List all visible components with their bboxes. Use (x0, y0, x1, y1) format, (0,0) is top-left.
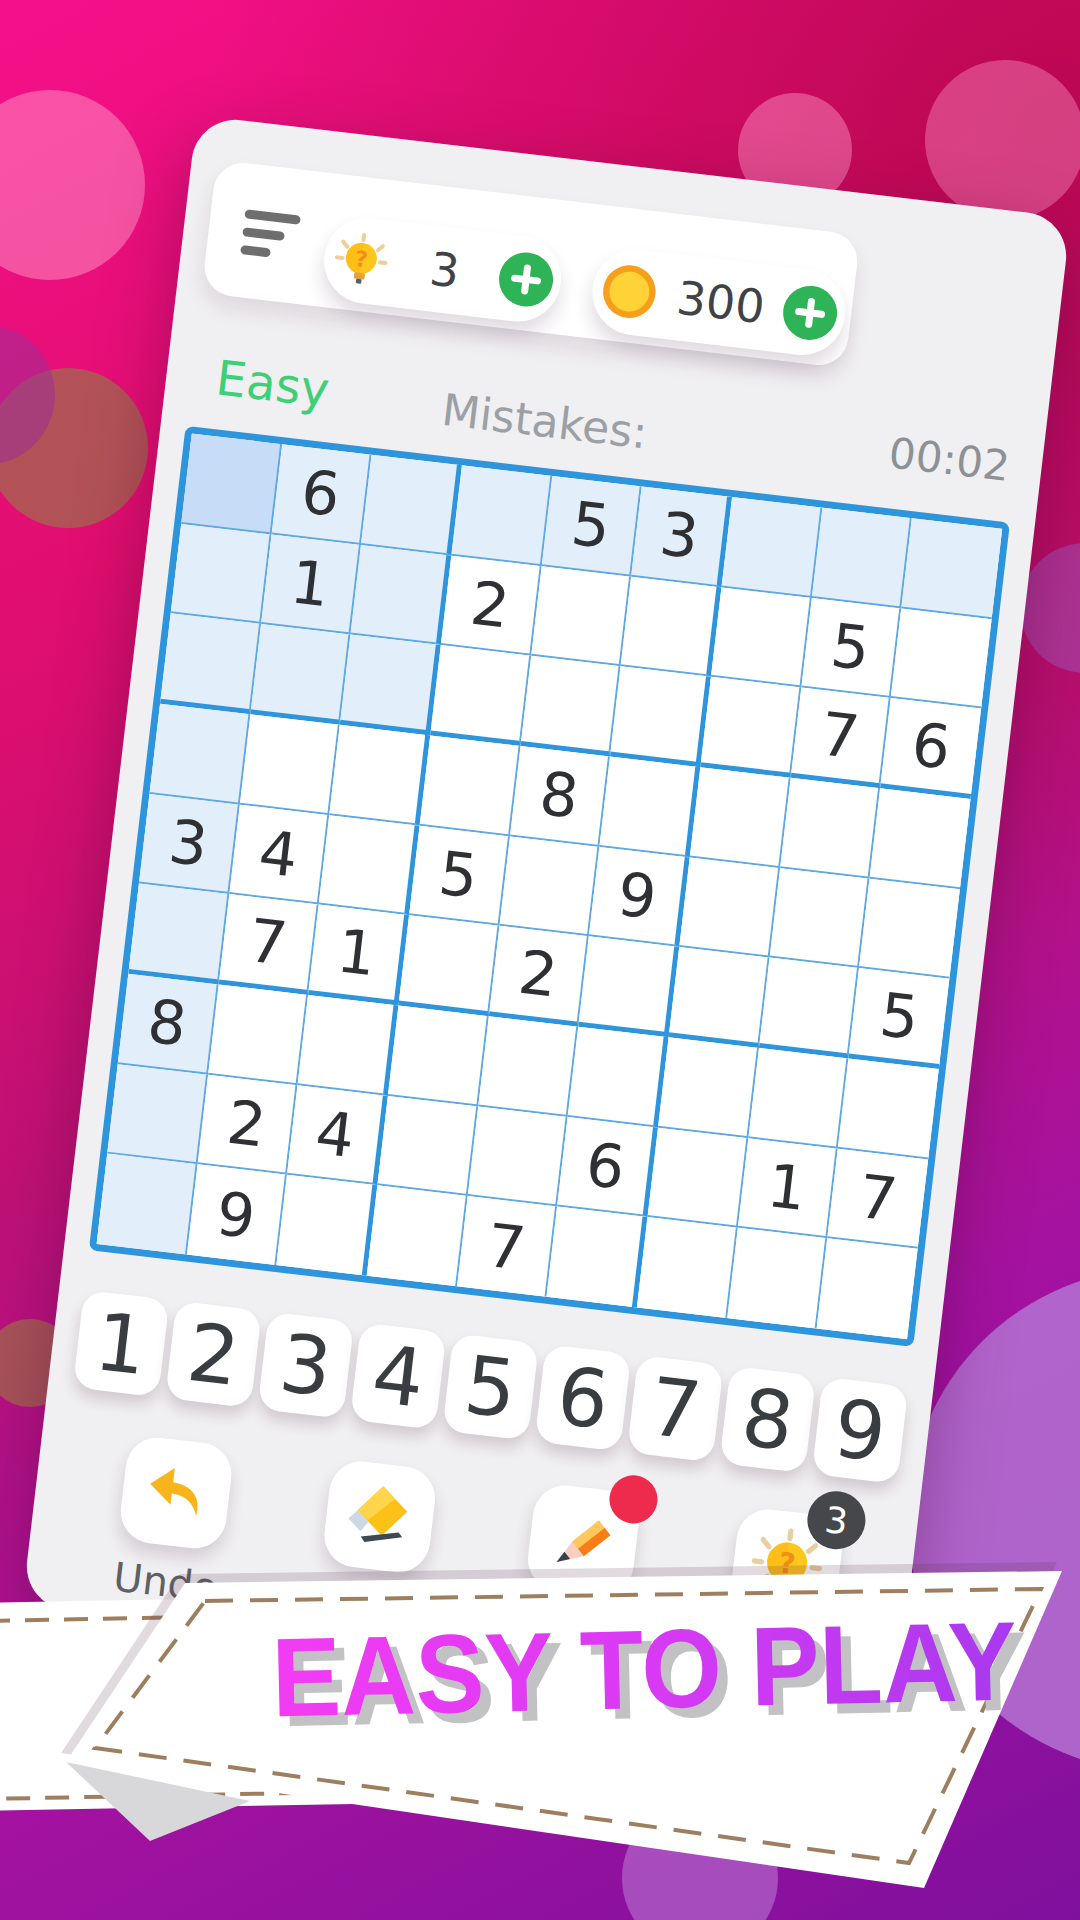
cell-r3c4[interactable] (430, 645, 531, 746)
cell-r2c1[interactable] (171, 524, 272, 625)
cell-r7c1[interactable]: 8 (118, 974, 219, 1075)
cell-r4c6[interactable] (600, 757, 701, 858)
cell-r5c1[interactable]: 3 (139, 794, 240, 895)
cell-r4c4[interactable] (420, 735, 521, 836)
cell-r9c7[interactable] (637, 1217, 738, 1318)
sudoku-board: 6531257683459712582461797 (89, 426, 1010, 1347)
numpad-1[interactable]: 1 (73, 1290, 170, 1397)
numpad-4[interactable]: 4 (350, 1322, 447, 1429)
cell-r5c3[interactable] (319, 815, 420, 916)
hints-count: 3 (393, 237, 497, 302)
cell-r9c4[interactable] (367, 1186, 468, 1287)
cell-r6c4[interactable] (398, 916, 499, 1017)
add-hints-button[interactable] (496, 250, 556, 310)
cell-r9c1[interactable] (97, 1154, 198, 1255)
cell-r2c5[interactable] (531, 566, 632, 667)
cell-r6c7[interactable] (669, 947, 770, 1048)
coin-icon (597, 259, 661, 323)
cell-r8c4[interactable] (377, 1096, 478, 1197)
numpad-3[interactable]: 3 (257, 1312, 354, 1419)
cell-r5c4[interactable]: 5 (409, 825, 510, 926)
cell-r6c6[interactable] (579, 937, 680, 1038)
cell-r5c9[interactable] (859, 878, 960, 979)
numpad-7[interactable]: 7 (627, 1355, 724, 1462)
cell-r2c6[interactable] (621, 576, 722, 677)
cell-r4c8[interactable] (780, 778, 881, 879)
cell-r4c3[interactable] (330, 725, 431, 826)
cell-r6c9[interactable]: 5 (849, 968, 950, 1069)
cell-r8c3[interactable]: 4 (287, 1085, 388, 1186)
cell-r3c8[interactable]: 7 (790, 688, 891, 789)
cell-r7c4[interactable] (388, 1006, 489, 1107)
cell-r5c7[interactable] (679, 857, 780, 958)
cell-r4c2[interactable] (240, 714, 341, 815)
pencil-icon (544, 1502, 622, 1580)
cell-r3c2[interactable] (250, 624, 351, 725)
numpad-6[interactable]: 6 (535, 1344, 632, 1451)
cell-r5c2[interactable]: 4 (229, 804, 330, 905)
timer: 00:02 (848, 424, 1013, 491)
cell-r6c3[interactable]: 1 (308, 905, 409, 1006)
cell-r7c5[interactable] (478, 1016, 579, 1117)
cell-r4c7[interactable] (690, 767, 791, 868)
cell-r3c3[interactable] (340, 635, 441, 736)
notes-button[interactable] (524, 1482, 642, 1600)
cell-r9c6[interactable] (547, 1207, 648, 1308)
cell-r1c7[interactable] (721, 497, 822, 598)
bg-circle (0, 90, 145, 280)
cell-r7c3[interactable] (298, 995, 399, 1096)
cell-r8c1[interactable] (107, 1064, 208, 1165)
cell-r5c5[interactable] (499, 836, 600, 937)
mistakes-label: Mistakes: (388, 378, 702, 465)
cell-r6c1[interactable] (128, 884, 229, 985)
cell-r7c2[interactable] (208, 984, 309, 1085)
cell-r9c2[interactable]: 9 (187, 1165, 288, 1266)
cell-r4c9[interactable] (870, 788, 971, 889)
bg-circle (622, 1800, 778, 1920)
add-coins-button[interactable] (780, 283, 840, 343)
cell-r3c6[interactable] (610, 667, 711, 768)
menu-button[interactable] (240, 209, 305, 260)
cell-r6c8[interactable] (759, 958, 860, 1059)
promo-screenshot: ? 3 300 Easy Mistakes: 00:02 6531257683 (0, 0, 1080, 1920)
cell-r2c8[interactable]: 5 (801, 598, 902, 699)
cell-r1c5[interactable]: 5 (541, 476, 642, 577)
cell-r8c2[interactable]: 2 (197, 1074, 298, 1175)
lightbulb-icon: ? (329, 228, 393, 292)
eraser-icon (343, 1480, 416, 1553)
cell-r9c5[interactable]: 7 (457, 1196, 558, 1297)
cell-r8c8[interactable]: 1 (737, 1138, 838, 1239)
cell-r2c2[interactable]: 1 (261, 534, 362, 635)
undo-label: Undo (93, 1551, 237, 1613)
bg-circle (925, 60, 1080, 220)
difficulty-label: Easy (213, 349, 332, 418)
cell-r5c8[interactable] (769, 868, 870, 969)
numpad-2[interactable]: 2 (165, 1301, 262, 1408)
cell-r2c9[interactable] (891, 608, 992, 709)
cell-r4c5[interactable]: 8 (510, 746, 611, 847)
coins-pill: 300 (588, 245, 850, 360)
undo-button[interactable] (117, 1434, 235, 1552)
cell-r4c1[interactable] (149, 704, 250, 805)
cell-r3c5[interactable] (520, 656, 621, 757)
cell-r2c7[interactable] (711, 587, 812, 688)
phone-screen: ? 3 300 Easy Mistakes: 00:02 6531257683 (22, 115, 1071, 1707)
top-bar: ? 3 300 (201, 160, 860, 369)
hints-pill: ? 3 (319, 213, 565, 326)
cell-r9c3[interactable] (277, 1175, 378, 1276)
cell-r1c3[interactable] (361, 455, 462, 556)
cell-r9c8[interactable] (727, 1228, 828, 1329)
cell-r7c7[interactable] (658, 1037, 759, 1138)
cell-r7c8[interactable] (748, 1048, 849, 1149)
cell-r8c6[interactable]: 6 (557, 1117, 658, 1218)
eraser-button[interactable] (321, 1458, 439, 1576)
cell-r8c7[interactable] (647, 1127, 748, 1228)
cell-r6c5[interactable]: 2 (489, 926, 590, 1027)
cell-r1c6[interactable]: 3 (631, 486, 732, 587)
cell-r1c9[interactable] (902, 518, 1003, 619)
cell-r9c9[interactable] (817, 1239, 918, 1340)
cell-r2c3[interactable] (351, 545, 452, 646)
numpad-5[interactable]: 5 (442, 1333, 539, 1440)
cell-r1c8[interactable] (812, 508, 913, 609)
cell-r1c2[interactable]: 6 (271, 444, 372, 545)
cell-r6c2[interactable]: 7 (218, 894, 319, 995)
cell-r8c9[interactable]: 7 (828, 1149, 929, 1250)
cell-r1c1[interactable] (181, 434, 282, 535)
cell-r3c9[interactable]: 6 (880, 698, 981, 799)
cell-r3c7[interactable] (700, 677, 801, 778)
undo-arrow-icon (139, 1456, 212, 1529)
numpad-8[interactable]: 8 (719, 1366, 816, 1473)
hint-button[interactable]: ? 3 (728, 1506, 846, 1624)
cell-r2c4[interactable]: 2 (441, 555, 542, 656)
numpad-9[interactable]: 9 (812, 1377, 909, 1484)
cell-r3c1[interactable] (160, 614, 261, 715)
cell-r8c5[interactable] (467, 1106, 568, 1207)
coins-count: 300 (661, 269, 781, 336)
cell-r5c6[interactable]: 9 (589, 847, 690, 948)
cell-r1c4[interactable] (451, 465, 552, 566)
cell-r7c6[interactable] (568, 1027, 669, 1128)
cell-r7c9[interactable] (838, 1058, 939, 1159)
